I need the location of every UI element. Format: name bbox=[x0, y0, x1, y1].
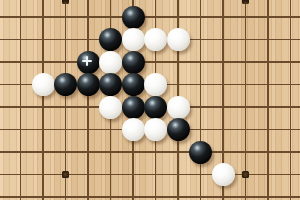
last-move-marker bbox=[82, 56, 92, 66]
black-stone bbox=[99, 73, 122, 96]
grid-line-horizontal bbox=[0, 196, 300, 198]
grid-line-vertical bbox=[267, 0, 269, 200]
white-stone bbox=[144, 73, 167, 96]
grid-line-vertical bbox=[42, 0, 44, 200]
white-stone bbox=[32, 73, 55, 96]
grid-line-vertical bbox=[200, 0, 202, 200]
star-point bbox=[62, 171, 69, 178]
grid-line-horizontal bbox=[0, 16, 300, 18]
black-stone bbox=[122, 6, 145, 29]
black-stone bbox=[189, 141, 212, 164]
black-stone bbox=[122, 51, 145, 74]
white-stone bbox=[99, 96, 122, 119]
white-stone bbox=[144, 28, 167, 51]
white-stone bbox=[99, 51, 122, 74]
grid-line-vertical bbox=[20, 0, 22, 200]
game-board[interactable] bbox=[0, 0, 300, 200]
white-stone bbox=[144, 118, 167, 141]
grid-line-vertical bbox=[290, 0, 292, 200]
black-stone bbox=[122, 73, 145, 96]
white-stone bbox=[212, 163, 235, 186]
black-stone bbox=[54, 73, 77, 96]
black-stone bbox=[144, 96, 167, 119]
white-stone bbox=[167, 96, 190, 119]
grid-line-vertical bbox=[65, 0, 67, 200]
white-stone bbox=[122, 118, 145, 141]
white-stone bbox=[167, 28, 190, 51]
black-stone bbox=[122, 96, 145, 119]
black-stone bbox=[77, 73, 100, 96]
grid-line-horizontal bbox=[0, 174, 300, 176]
star-point-partial bbox=[62, 0, 69, 4]
grid-line-vertical bbox=[245, 0, 247, 200]
black-stone bbox=[167, 118, 190, 141]
grid-line-horizontal bbox=[0, 151, 300, 153]
star-point-partial bbox=[242, 0, 249, 4]
grid-line-vertical bbox=[87, 0, 89, 200]
white-stone bbox=[122, 28, 145, 51]
app-screen bbox=[0, 0, 300, 200]
black-stone bbox=[99, 28, 122, 51]
grid-line-horizontal bbox=[0, 61, 300, 63]
star-point bbox=[242, 171, 249, 178]
